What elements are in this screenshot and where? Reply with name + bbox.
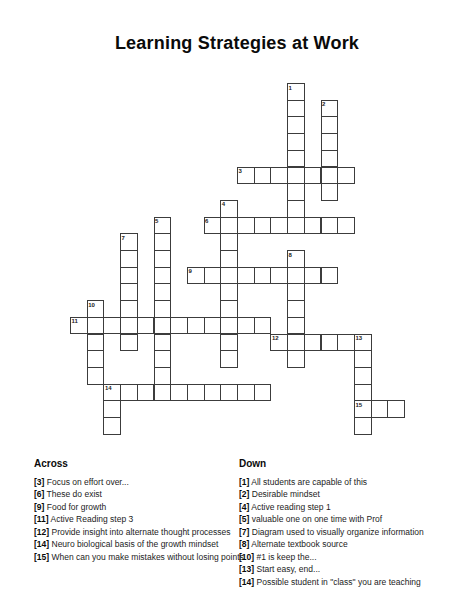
grid-cell[interactable]: [220, 384, 238, 402]
grid-cell[interactable]: [254, 217, 272, 235]
across-clue-list: [3] Focus on effort over...[6] These do …: [34, 476, 234, 563]
down-clue-1: [1] All students are capable of this: [239, 476, 471, 488]
grid-cell[interactable]: [103, 317, 121, 335]
clue-number: 12: [272, 335, 279, 341]
grid-cell[interactable]: [321, 267, 339, 285]
grid-cell[interactable]: [120, 317, 138, 335]
grid-cell[interactable]: [220, 350, 238, 368]
clue-number: 14: [105, 385, 112, 391]
grid-cell[interactable]: [154, 334, 172, 352]
grid-cell[interactable]: [103, 400, 121, 418]
grid-cell[interactable]: [321, 167, 339, 185]
grid-cell[interactable]: [170, 317, 188, 335]
across-header: Across: [34, 458, 234, 469]
across-clue-9: [9] Food for growth: [34, 501, 234, 513]
grid-cell[interactable]: [287, 300, 305, 318]
grid-cell[interactable]: [287, 350, 305, 368]
across-clue-6: [6] These do exist: [34, 488, 234, 500]
crossword-grid: 123456789101112131415: [70, 83, 405, 435]
grid-cell[interactable]: [270, 217, 288, 235]
grid-cell[interactable]: [321, 133, 339, 151]
grid-cell[interactable]: [287, 317, 305, 335]
grid-cell[interactable]: [187, 384, 205, 402]
grid-cell[interactable]: [120, 250, 138, 268]
across-clue-14: [14] Neuro biological basis of the growt…: [34, 538, 234, 550]
grid-cell[interactable]: [220, 283, 238, 301]
grid-cell[interactable]: [337, 334, 355, 352]
grid-cell[interactable]: [287, 133, 305, 151]
clue-number: 11: [72, 318, 78, 324]
grid-cell[interactable]: [337, 167, 355, 185]
grid-cell[interactable]: [154, 367, 172, 385]
across-clue-15: [15] When can you make mistakes without …: [34, 551, 234, 563]
grid-cell[interactable]: [287, 183, 305, 201]
grid-cell[interactable]: [87, 317, 105, 335]
grid-cell[interactable]: [321, 217, 339, 235]
grid-cell[interactable]: [321, 334, 339, 352]
grid-cell[interactable]: [120, 334, 138, 352]
clue-number: 8: [289, 252, 292, 258]
grid-cell[interactable]: [154, 267, 172, 285]
grid-cell[interactable]: [220, 300, 238, 318]
down-clues-section: Down [1] All students are capable of thi…: [239, 458, 471, 588]
grid-cell[interactable]: [220, 317, 238, 335]
grid-cell[interactable]: [287, 283, 305, 301]
clue-number: 6: [205, 218, 208, 224]
grid-cell[interactable]: [120, 300, 138, 318]
grid-cell[interactable]: [304, 267, 322, 285]
grid-cell[interactable]: [287, 200, 305, 218]
grid-cell[interactable]: [154, 283, 172, 301]
grid-cell[interactable]: [237, 317, 255, 335]
grid-cell[interactable]: [321, 116, 339, 134]
clue-number: 7: [122, 235, 125, 241]
grid-cell[interactable]: [154, 350, 172, 368]
grid-cell[interactable]: [337, 217, 355, 235]
grid-cell[interactable]: [270, 167, 288, 185]
grid-cell[interactable]: [87, 350, 105, 368]
grid-cell[interactable]: [321, 183, 339, 201]
grid-cell[interactable]: [137, 384, 155, 402]
grid-cell[interactable]: [154, 250, 172, 268]
across-clue-11: [11] Active Reading step 3: [34, 513, 234, 525]
down-clue-13: [13] Start easy, end...: [239, 563, 471, 575]
grid-cell[interactable]: [287, 100, 305, 118]
grid-cell[interactable]: [254, 317, 272, 335]
clue-number: 1: [289, 85, 292, 91]
clue-number: 9: [188, 268, 191, 274]
grid-cell[interactable]: [354, 350, 372, 368]
clue-number: 2: [322, 101, 325, 107]
grid-cell[interactable]: [354, 384, 372, 402]
down-clue-14: [14] Possible student in "class" you are…: [239, 576, 471, 588]
grid-cell[interactable]: [120, 384, 138, 402]
clue-number: 10: [88, 302, 95, 308]
down-clue-7: [7] Diagram used to visually organize in…: [239, 526, 471, 538]
grid-cell[interactable]: [204, 384, 222, 402]
grid-cell[interactable]: [137, 317, 155, 335]
grid-cell[interactable]: [103, 417, 121, 435]
down-header: Down: [239, 458, 471, 469]
grid-cell[interactable]: [120, 267, 138, 285]
grid-cell[interactable]: [254, 384, 272, 402]
down-clue-list: [1] All students are capable of this[2] …: [239, 476, 471, 588]
clue-number: 5: [155, 218, 158, 224]
grid-cell[interactable]: [237, 217, 255, 235]
grid-cell[interactable]: [220, 233, 238, 251]
grid-cell[interactable]: [87, 367, 105, 385]
clue-number: 15: [355, 402, 362, 408]
page-title: Learning Strategies at Work: [0, 33, 474, 54]
grid-cell[interactable]: [154, 233, 172, 251]
grid-cell[interactable]: [237, 384, 255, 402]
grid-cell[interactable]: [220, 217, 238, 235]
clue-number: 13: [355, 335, 362, 341]
grid-cell[interactable]: [254, 167, 272, 185]
grid-cell[interactable]: [220, 334, 238, 352]
grid-cell[interactable]: [154, 317, 172, 335]
grid-cell[interactable]: [220, 250, 238, 268]
grid-cell[interactable]: [304, 167, 322, 185]
grid-cell[interactable]: [287, 217, 305, 235]
across-clue-12: [12] Provide insight into alternate thou…: [34, 526, 234, 538]
grid-cell[interactable]: [87, 334, 105, 352]
grid-cell[interactable]: [237, 267, 255, 285]
grid-cell[interactable]: [254, 267, 272, 285]
grid-cell[interactable]: [354, 417, 372, 435]
grid-cell[interactable]: [304, 334, 322, 352]
across-clue-3: [3] Focus on effort over...: [34, 476, 234, 488]
down-clue-5: [5] valuable one on one time with Prof: [239, 513, 471, 525]
clue-number: 4: [222, 201, 225, 207]
grid-cell[interactable]: [387, 400, 405, 418]
grid-cell[interactable]: [321, 150, 339, 168]
grid-cell[interactable]: [287, 150, 305, 168]
grid-cell[interactable]: [204, 317, 222, 335]
grid-cell[interactable]: [120, 283, 138, 301]
down-clue-2: [2] Desirable mindset: [239, 488, 471, 500]
grid-cell[interactable]: [371, 400, 389, 418]
grid-cell[interactable]: [154, 384, 172, 402]
grid-cell[interactable]: [154, 300, 172, 318]
across-clues-section: Across [3] Focus on effort over...[6] Th…: [34, 458, 234, 563]
down-clue-4: [4] Active reading step 1: [239, 501, 471, 513]
grid-cell[interactable]: [304, 217, 322, 235]
down-clue-8: [8] Alternate textbook source: [239, 538, 471, 550]
grid-cell[interactable]: [287, 334, 305, 352]
grid-cell[interactable]: [287, 267, 305, 285]
grid-cell[interactable]: [287, 116, 305, 134]
clue-number: 3: [239, 168, 242, 174]
grid-cell[interactable]: [204, 267, 222, 285]
grid-cell[interactable]: [220, 267, 238, 285]
grid-cell[interactable]: [270, 267, 288, 285]
grid-cell[interactable]: [187, 317, 205, 335]
down-clue-10: [10] #1 is keep the...: [239, 551, 471, 563]
grid-cell[interactable]: [287, 167, 305, 185]
grid-cell[interactable]: [170, 384, 188, 402]
crossword-page: { "title": "Learning Strategies at Work"…: [0, 0, 474, 613]
grid-cell[interactable]: [354, 367, 372, 385]
